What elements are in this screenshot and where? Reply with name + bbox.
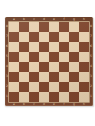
rank-label-left-5: 5 — [5, 52, 9, 62]
rank-label-left-3: 3 — [5, 72, 9, 82]
square-h7[interactable] — [79, 32, 89, 42]
square-b1[interactable] — [19, 92, 29, 102]
rank-label-right-4: 4 — [89, 62, 93, 72]
square-g6[interactable] — [69, 42, 79, 52]
square-b8[interactable] — [19, 22, 29, 32]
rank-label-right-8: 8 — [89, 22, 93, 32]
square-g5[interactable] — [69, 52, 79, 62]
square-e1[interactable] — [49, 92, 59, 102]
rank-label-right-5: 5 — [89, 52, 93, 62]
square-f8[interactable] — [59, 22, 69, 32]
file-label-top-b: b — [19, 17, 29, 22]
square-f7[interactable] — [59, 32, 69, 42]
file-label-bottom-g: g — [69, 102, 79, 107]
square-g3[interactable] — [69, 72, 79, 82]
square-e6[interactable] — [49, 42, 59, 52]
rank-label-right-6: 6 — [89, 42, 93, 52]
square-d2[interactable] — [39, 82, 49, 92]
rank-label-right-3: 3 — [89, 72, 93, 82]
rank-label-left-7: 7 — [5, 32, 9, 42]
square-b5[interactable] — [19, 52, 29, 62]
rank-labels-left: 87654321 — [5, 22, 9, 102]
square-b7[interactable] — [19, 32, 29, 42]
square-c2[interactable] — [29, 82, 39, 92]
board-squares — [9, 22, 89, 102]
file-label-bottom-a: a — [9, 102, 19, 107]
file-label-bottom-e: e — [49, 102, 59, 107]
photo-background: abcdefgh abcdefgh 87654321 87654321 — [0, 0, 95, 126]
chess-board: abcdefgh abcdefgh 87654321 87654321 — [5, 17, 93, 106]
file-label-top-e: e — [49, 17, 59, 22]
square-g4[interactable] — [69, 62, 79, 72]
file-label-bottom-c: c — [29, 102, 39, 107]
square-d1[interactable] — [39, 92, 49, 102]
square-a4[interactable] — [9, 62, 19, 72]
square-a2[interactable] — [9, 82, 19, 92]
square-d7[interactable] — [39, 32, 49, 42]
square-h5[interactable] — [79, 52, 89, 62]
square-d8[interactable] — [39, 22, 49, 32]
square-h6[interactable] — [79, 42, 89, 52]
square-f4[interactable] — [59, 62, 69, 72]
square-b4[interactable] — [19, 62, 29, 72]
square-c7[interactable] — [29, 32, 39, 42]
file-labels-bottom: abcdefgh — [9, 102, 89, 107]
rank-label-left-6: 6 — [5, 42, 9, 52]
file-label-top-h: h — [79, 17, 89, 22]
rank-label-right-1: 1 — [89, 92, 93, 102]
square-g7[interactable] — [69, 32, 79, 42]
square-c6[interactable] — [29, 42, 39, 52]
square-a6[interactable] — [9, 42, 19, 52]
square-c4[interactable] — [29, 62, 39, 72]
square-g2[interactable] — [69, 82, 79, 92]
square-e8[interactable] — [49, 22, 59, 32]
square-e7[interactable] — [49, 32, 59, 42]
square-a8[interactable] — [9, 22, 19, 32]
square-g1[interactable] — [69, 92, 79, 102]
square-h1[interactable] — [79, 92, 89, 102]
square-f2[interactable] — [59, 82, 69, 92]
file-label-top-g: g — [69, 17, 79, 22]
rank-label-left-2: 2 — [5, 82, 9, 92]
square-h2[interactable] — [79, 82, 89, 92]
square-b2[interactable] — [19, 82, 29, 92]
square-h8[interactable] — [79, 22, 89, 32]
square-d3[interactable] — [39, 72, 49, 82]
file-label-bottom-f: f — [59, 102, 69, 107]
file-label-bottom-d: d — [39, 102, 49, 107]
square-e2[interactable] — [49, 82, 59, 92]
square-a5[interactable] — [9, 52, 19, 62]
file-label-top-d: d — [39, 17, 49, 22]
square-h4[interactable] — [79, 62, 89, 72]
file-label-top-f: f — [59, 17, 69, 22]
square-b6[interactable] — [19, 42, 29, 52]
square-a7[interactable] — [9, 32, 19, 42]
file-label-top-a: a — [9, 17, 19, 22]
square-f6[interactable] — [59, 42, 69, 52]
rank-label-right-2: 2 — [89, 82, 93, 92]
rank-label-left-1: 1 — [5, 92, 9, 102]
square-d6[interactable] — [39, 42, 49, 52]
square-d5[interactable] — [39, 52, 49, 62]
square-a1[interactable] — [9, 92, 19, 102]
rank-labels-right: 87654321 — [89, 22, 93, 102]
square-e5[interactable] — [49, 52, 59, 62]
file-label-bottom-h: h — [79, 102, 89, 107]
square-f3[interactable] — [59, 72, 69, 82]
square-c5[interactable] — [29, 52, 39, 62]
file-label-top-c: c — [29, 17, 39, 22]
square-a3[interactable] — [9, 72, 19, 82]
square-e3[interactable] — [49, 72, 59, 82]
rank-label-left-4: 4 — [5, 62, 9, 72]
square-d4[interactable] — [39, 62, 49, 72]
square-b3[interactable] — [19, 72, 29, 82]
file-labels-top: abcdefgh — [9, 17, 89, 22]
square-h3[interactable] — [79, 72, 89, 82]
square-f5[interactable] — [59, 52, 69, 62]
square-c1[interactable] — [29, 92, 39, 102]
file-label-bottom-b: b — [19, 102, 29, 107]
rank-label-left-8: 8 — [5, 22, 9, 32]
square-e4[interactable] — [49, 62, 59, 72]
rank-label-right-7: 7 — [89, 32, 93, 42]
square-f1[interactable] — [59, 92, 69, 102]
square-c8[interactable] — [29, 22, 39, 32]
square-g8[interactable] — [69, 22, 79, 32]
square-c3[interactable] — [29, 72, 39, 82]
